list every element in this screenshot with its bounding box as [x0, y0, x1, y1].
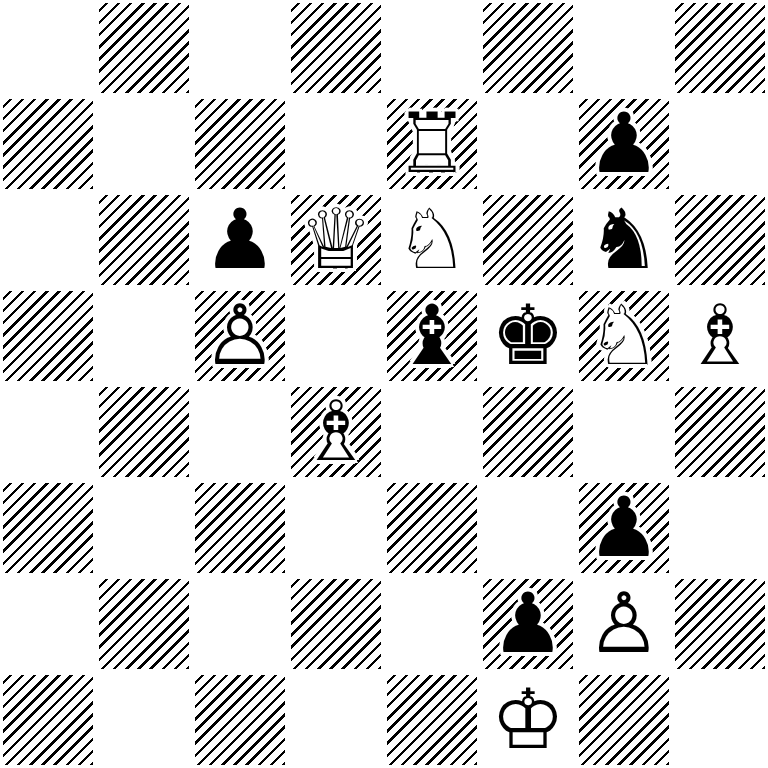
- square-e5[interactable]: ♝♝: [384, 288, 480, 384]
- piece-fill-layer: ♟: [576, 96, 672, 192]
- square-a2[interactable]: [0, 576, 96, 672]
- piece-fill-layer: ♛: [288, 192, 384, 288]
- piece-fill-layer: ♞: [576, 288, 672, 384]
- square-h1[interactable]: [672, 672, 768, 768]
- square-c7[interactable]: [192, 96, 288, 192]
- square-e1[interactable]: [384, 672, 480, 768]
- piece-fill-layer: ♞: [384, 192, 480, 288]
- square-h7[interactable]: [672, 96, 768, 192]
- square-g5[interactable]: ♞♘: [576, 288, 672, 384]
- square-c4[interactable]: [192, 384, 288, 480]
- square-g7[interactable]: ♟♟: [576, 96, 672, 192]
- square-a5[interactable]: [0, 288, 96, 384]
- square-c1[interactable]: [192, 672, 288, 768]
- piece-white-bishop: ♗: [288, 384, 384, 480]
- square-a1[interactable]: [0, 672, 96, 768]
- square-h4[interactable]: [672, 384, 768, 480]
- square-d3[interactable]: [288, 480, 384, 576]
- piece-fill-layer: ♟: [480, 576, 576, 672]
- square-e2[interactable]: [384, 576, 480, 672]
- piece-fill-layer: ♟: [192, 288, 288, 384]
- square-b2[interactable]: [96, 576, 192, 672]
- piece-white-pawn: ♙: [576, 576, 672, 672]
- square-b3[interactable]: [96, 480, 192, 576]
- square-a7[interactable]: [0, 96, 96, 192]
- piece-fill-layer: ♚: [480, 672, 576, 768]
- square-b8[interactable]: [96, 0, 192, 96]
- square-d2[interactable]: [288, 576, 384, 672]
- square-b4[interactable]: [96, 384, 192, 480]
- square-f6[interactable]: [480, 192, 576, 288]
- square-e7[interactable]: ♜♖: [384, 96, 480, 192]
- piece-fill-layer: ♚: [480, 288, 576, 384]
- piece-black-bishop: ♝: [384, 288, 480, 384]
- square-f2[interactable]: ♟♟: [480, 576, 576, 672]
- piece-black-pawn: ♟: [480, 576, 576, 672]
- square-c8[interactable]: [192, 0, 288, 96]
- chess-board: ♜♖♟♟♟♟♛♕♞♘♞♞♟♙♝♝♚♚♞♘♝♗♝♗♟♟♟♟♟♙♚♔: [0, 0, 768, 768]
- square-h2[interactable]: [672, 576, 768, 672]
- piece-black-pawn: ♟: [576, 480, 672, 576]
- square-e6[interactable]: ♞♘: [384, 192, 480, 288]
- square-d6[interactable]: ♛♕: [288, 192, 384, 288]
- square-d7[interactable]: [288, 96, 384, 192]
- square-f3[interactable]: [480, 480, 576, 576]
- piece-white-knight: ♘: [576, 288, 672, 384]
- piece-fill-layer: ♜: [384, 96, 480, 192]
- square-a6[interactable]: [0, 192, 96, 288]
- square-c6[interactable]: ♟♟: [192, 192, 288, 288]
- square-c2[interactable]: [192, 576, 288, 672]
- square-h6[interactable]: [672, 192, 768, 288]
- piece-white-rook: ♖: [384, 96, 480, 192]
- piece-fill-layer: ♝: [384, 288, 480, 384]
- square-e4[interactable]: [384, 384, 480, 480]
- piece-white-knight: ♘: [384, 192, 480, 288]
- square-g4[interactable]: [576, 384, 672, 480]
- square-d5[interactable]: [288, 288, 384, 384]
- square-f1[interactable]: ♚♔: [480, 672, 576, 768]
- piece-black-knight: ♞: [576, 192, 672, 288]
- piece-white-king: ♔: [480, 672, 576, 768]
- piece-fill-layer: ♟: [576, 576, 672, 672]
- square-g1[interactable]: [576, 672, 672, 768]
- square-g3[interactable]: ♟♟: [576, 480, 672, 576]
- square-a8[interactable]: [0, 0, 96, 96]
- square-e3[interactable]: [384, 480, 480, 576]
- square-g8[interactable]: [576, 0, 672, 96]
- square-f4[interactable]: [480, 384, 576, 480]
- square-h8[interactable]: [672, 0, 768, 96]
- piece-fill-layer: ♝: [672, 288, 768, 384]
- square-h5[interactable]: ♝♗: [672, 288, 768, 384]
- square-b1[interactable]: [96, 672, 192, 768]
- square-e8[interactable]: [384, 0, 480, 96]
- square-f5[interactable]: ♚♚: [480, 288, 576, 384]
- square-f8[interactable]: [480, 0, 576, 96]
- square-d8[interactable]: [288, 0, 384, 96]
- square-a3[interactable]: [0, 480, 96, 576]
- square-f7[interactable]: [480, 96, 576, 192]
- piece-black-pawn: ♟: [192, 192, 288, 288]
- piece-white-queen: ♕: [288, 192, 384, 288]
- square-c5[interactable]: ♟♙: [192, 288, 288, 384]
- square-d1[interactable]: [288, 672, 384, 768]
- square-b7[interactable]: [96, 96, 192, 192]
- square-d4[interactable]: ♝♗: [288, 384, 384, 480]
- square-b6[interactable]: [96, 192, 192, 288]
- square-h3[interactable]: [672, 480, 768, 576]
- piece-black-pawn: ♟: [576, 96, 672, 192]
- piece-fill-layer: ♞: [576, 192, 672, 288]
- square-b5[interactable]: [96, 288, 192, 384]
- piece-white-pawn: ♙: [192, 288, 288, 384]
- square-c3[interactable]: [192, 480, 288, 576]
- piece-fill-layer: ♝: [288, 384, 384, 480]
- piece-fill-layer: ♟: [192, 192, 288, 288]
- square-g2[interactable]: ♟♙: [576, 576, 672, 672]
- piece-fill-layer: ♟: [576, 480, 672, 576]
- piece-black-king: ♚: [480, 288, 576, 384]
- square-a4[interactable]: [0, 384, 96, 480]
- square-g6[interactable]: ♞♞: [576, 192, 672, 288]
- piece-white-bishop: ♗: [672, 288, 768, 384]
